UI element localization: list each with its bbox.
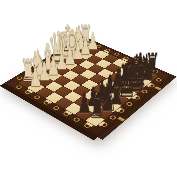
photo-stage: ♜♞♝♛♚♝♞♜♟♟♟♟♟♟♟♟♟♟♟♟♟♟♟♟♜♞♝♛♚♝♞♜ <box>0 0 177 177</box>
brass-ring-ornament <box>155 78 162 82</box>
brass-ring-ornament <box>125 102 133 107</box>
brass-ring-ornament <box>15 85 23 90</box>
brass-ring-ornament <box>52 106 60 111</box>
brass-ring-ornament <box>73 117 81 122</box>
piece-white-pawn[interactable]: ♟ <box>29 65 42 90</box>
brass-clasp <box>117 116 126 122</box>
piece-black-rook[interactable]: ♜ <box>88 91 102 124</box>
brass-ring-ornament <box>109 115 117 120</box>
chess-board: ♜♞♝♛♚♝♞♜♟♟♟♟♟♟♟♟♟♟♟♟♟♟♟♟♜♞♝♛♚♝♞♜ <box>4 36 172 137</box>
brass-clasp <box>154 86 162 91</box>
